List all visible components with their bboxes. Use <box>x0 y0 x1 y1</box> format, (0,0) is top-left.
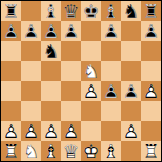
piece-black-pawn[interactable]: ♟♙ <box>1 21 21 41</box>
square-a7[interactable]: ♟♙ <box>1 21 21 41</box>
white-pawn-outline-glyph: ♙ <box>81 81 101 101</box>
black-rook-outline-glyph: ♖ <box>1 1 21 21</box>
square-f2[interactable] <box>101 121 121 141</box>
square-a3[interactable] <box>1 101 21 121</box>
square-c8[interactable]: ♝♗ <box>41 1 61 21</box>
piece-black-bishop[interactable]: ♝♗ <box>41 1 61 21</box>
square-b2[interactable]: ♟♙ <box>21 121 41 141</box>
white-bishop-outline-glyph: ♗ <box>41 141 61 161</box>
black-queen-outline-glyph: ♕ <box>61 1 81 21</box>
square-h1[interactable]: ♜♖ <box>141 141 161 161</box>
square-e3[interactable] <box>81 101 101 121</box>
piece-black-rook[interactable]: ♜♖ <box>1 1 21 21</box>
square-d4[interactable] <box>61 81 81 101</box>
square-b7[interactable]: ♟♙ <box>21 21 41 41</box>
square-a2[interactable]: ♟♙ <box>1 121 21 141</box>
black-pawn-outline-glyph: ♙ <box>121 81 141 101</box>
black-pawn-outline-glyph: ♙ <box>61 21 81 41</box>
piece-white-pawn[interactable]: ♟♙ <box>21 121 41 141</box>
piece-white-pawn[interactable]: ♟♙ <box>121 121 141 141</box>
white-king-outline-glyph: ♔ <box>81 141 101 161</box>
black-pawn-outline-glyph: ♙ <box>1 21 21 41</box>
square-c2[interactable]: ♟♙ <box>41 121 61 141</box>
square-f8[interactable]: ♝♗ <box>101 1 121 21</box>
square-c3[interactable] <box>41 101 61 121</box>
piece-black-knight[interactable]: ♞♘ <box>41 41 61 61</box>
black-king-outline-glyph: ♔ <box>81 1 101 21</box>
white-pawn-outline-glyph: ♙ <box>41 121 61 141</box>
square-d3[interactable] <box>61 101 81 121</box>
piece-black-rook[interactable]: ♜♖ <box>141 1 161 21</box>
chess-board: ♜♖♝♗♛♕♚♔♝♗♞♘♜♖♟♙♟♙♟♙♟♙♟♙♟♙♞♘♞♘♟♙♟♙♟♙♟♙♟♙… <box>0 0 162 162</box>
piece-white-pawn[interactable]: ♟♙ <box>41 121 61 141</box>
piece-black-pawn[interactable]: ♟♙ <box>21 21 41 41</box>
square-d8[interactable]: ♛♕ <box>61 1 81 21</box>
black-bishop-outline-glyph: ♗ <box>41 1 61 21</box>
square-f6[interactable] <box>101 41 121 61</box>
square-a4[interactable] <box>1 81 21 101</box>
piece-black-pawn[interactable]: ♟♙ <box>101 21 121 41</box>
square-c5[interactable] <box>41 61 61 81</box>
square-a1[interactable]: ♜♖ <box>1 141 21 161</box>
square-g8[interactable]: ♞♘ <box>121 1 141 21</box>
white-knight-outline-glyph: ♘ <box>81 61 101 81</box>
piece-black-pawn[interactable]: ♟♙ <box>61 21 81 41</box>
square-e6[interactable] <box>81 41 101 61</box>
white-knight-outline-glyph: ♘ <box>21 141 41 161</box>
piece-white-knight[interactable]: ♞♘ <box>21 141 41 161</box>
square-b8[interactable] <box>21 1 41 21</box>
piece-white-pawn[interactable]: ♟♙ <box>61 121 81 141</box>
square-e5[interactable]: ♞♘ <box>81 61 101 81</box>
square-f4[interactable]: ♟♙ <box>101 81 121 101</box>
piece-black-knight[interactable]: ♞♘ <box>121 1 141 21</box>
square-e2[interactable] <box>81 121 101 141</box>
piece-white-bishop[interactable]: ♝♗ <box>101 141 121 161</box>
square-c1[interactable]: ♝♗ <box>41 141 61 161</box>
square-f7[interactable]: ♟♙ <box>101 21 121 41</box>
black-knight-outline-glyph: ♘ <box>121 1 141 21</box>
piece-white-knight[interactable]: ♞♘ <box>81 61 101 81</box>
square-g7[interactable] <box>121 21 141 41</box>
square-h5[interactable] <box>141 61 161 81</box>
square-f3[interactable] <box>101 101 121 121</box>
square-a5[interactable] <box>1 61 21 81</box>
square-c6[interactable]: ♞♘ <box>41 41 61 61</box>
square-e4[interactable]: ♟♙ <box>81 81 101 101</box>
white-bishop-outline-glyph: ♗ <box>101 141 121 161</box>
chess-board-container: ♜♖♝♗♛♕♚♔♝♗♞♘♜♖♟♙♟♙♟♙♟♙♟♙♟♙♞♘♞♘♟♙♟♙♟♙♟♙♟♙… <box>0 0 162 162</box>
square-d2[interactable]: ♟♙ <box>61 121 81 141</box>
piece-white-king[interactable]: ♚♔ <box>81 141 101 161</box>
square-h3[interactable] <box>141 101 161 121</box>
piece-white-rook[interactable]: ♜♖ <box>141 141 161 161</box>
white-rook-outline-glyph: ♖ <box>141 141 161 161</box>
black-pawn-outline-glyph: ♙ <box>101 21 121 41</box>
piece-black-pawn[interactable]: ♟♙ <box>101 81 121 101</box>
square-h8[interactable]: ♜♖ <box>141 1 161 21</box>
square-g3[interactable] <box>121 101 141 121</box>
square-d7[interactable]: ♟♙ <box>61 21 81 41</box>
square-b5[interactable] <box>21 61 41 81</box>
white-rook-outline-glyph: ♖ <box>1 141 21 161</box>
square-e8[interactable]: ♚♔ <box>81 1 101 21</box>
square-c7[interactable]: ♟♙ <box>41 21 61 41</box>
square-b4[interactable] <box>21 81 41 101</box>
piece-white-queen[interactable]: ♛♕ <box>61 141 81 161</box>
white-pawn-outline-glyph: ♙ <box>141 81 161 101</box>
square-c4[interactable] <box>41 81 61 101</box>
piece-white-bishop[interactable]: ♝♗ <box>41 141 61 161</box>
piece-black-king[interactable]: ♚♔ <box>81 1 101 21</box>
square-e1[interactable]: ♚♔ <box>81 141 101 161</box>
black-bishop-outline-glyph: ♗ <box>101 1 121 21</box>
square-f5[interactable] <box>101 61 121 81</box>
square-d1[interactable]: ♛♕ <box>61 141 81 161</box>
square-g4[interactable]: ♟♙ <box>121 81 141 101</box>
white-pawn-outline-glyph: ♙ <box>1 121 21 141</box>
piece-black-queen[interactable]: ♛♕ <box>61 1 81 21</box>
square-b3[interactable] <box>21 101 41 121</box>
square-g6[interactable] <box>121 41 141 61</box>
piece-white-pawn[interactable]: ♟♙ <box>81 81 101 101</box>
square-a8[interactable]: ♜♖ <box>1 1 21 21</box>
square-h7[interactable]: ♟♙ <box>141 21 161 41</box>
piece-black-pawn[interactable]: ♟♙ <box>41 21 61 41</box>
square-g5[interactable] <box>121 61 141 81</box>
square-b6[interactable] <box>21 41 41 61</box>
white-queen-outline-glyph: ♕ <box>61 141 81 161</box>
white-pawn-outline-glyph: ♙ <box>21 121 41 141</box>
white-pawn-outline-glyph: ♙ <box>61 121 81 141</box>
square-g1[interactable] <box>121 141 141 161</box>
black-pawn-outline-glyph: ♙ <box>21 21 41 41</box>
square-d6[interactable] <box>61 41 81 61</box>
piece-black-pawn[interactable]: ♟♙ <box>141 21 161 41</box>
piece-black-bishop[interactable]: ♝♗ <box>101 1 121 21</box>
piece-white-pawn[interactable]: ♟♙ <box>1 121 21 141</box>
square-d5[interactable] <box>61 61 81 81</box>
black-pawn-outline-glyph: ♙ <box>141 21 161 41</box>
black-pawn-outline-glyph: ♙ <box>101 81 121 101</box>
square-h2[interactable] <box>141 121 161 141</box>
square-f1[interactable]: ♝♗ <box>101 141 121 161</box>
square-h4[interactable]: ♟♙ <box>141 81 161 101</box>
black-knight-outline-glyph: ♘ <box>41 41 61 61</box>
black-rook-outline-glyph: ♖ <box>141 1 161 21</box>
square-g2[interactable]: ♟♙ <box>121 121 141 141</box>
square-e7[interactable] <box>81 21 101 41</box>
square-a6[interactable] <box>1 41 21 61</box>
piece-black-pawn[interactable]: ♟♙ <box>121 81 141 101</box>
white-pawn-outline-glyph: ♙ <box>121 121 141 141</box>
piece-white-pawn[interactable]: ♟♙ <box>141 81 161 101</box>
square-h6[interactable] <box>141 41 161 61</box>
square-b1[interactable]: ♞♘ <box>21 141 41 161</box>
piece-white-rook[interactable]: ♜♖ <box>1 141 21 161</box>
black-pawn-outline-glyph: ♙ <box>41 21 61 41</box>
